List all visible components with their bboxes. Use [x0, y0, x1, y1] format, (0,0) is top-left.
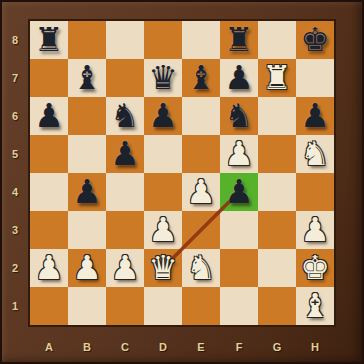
black-knight[interactable]: ♞	[224, 97, 254, 135]
white-pawn[interactable]: ♟	[72, 249, 102, 287]
square-a8[interactable]: ♜	[30, 21, 68, 59]
square-c2[interactable]: ♟	[106, 249, 144, 287]
square-a6[interactable]: ♟	[30, 97, 68, 135]
square-e3[interactable]	[182, 211, 220, 249]
black-pawn[interactable]: ♟	[72, 173, 102, 211]
black-pawn[interactable]: ♟	[34, 97, 64, 135]
square-d2[interactable]: ♛	[144, 249, 182, 287]
file-label-h: H	[296, 327, 334, 361]
file-label-a: A	[30, 327, 68, 361]
square-c6[interactable]: ♞	[106, 97, 144, 135]
square-e6[interactable]	[182, 97, 220, 135]
square-h2[interactable]: ♚	[296, 249, 334, 287]
square-e5[interactable]	[182, 135, 220, 173]
square-c1[interactable]	[106, 287, 144, 325]
square-g3[interactable]	[258, 211, 296, 249]
square-b1[interactable]	[68, 287, 106, 325]
square-c4[interactable]	[106, 173, 144, 211]
rank-label-8: 8	[0, 21, 30, 59]
white-pawn[interactable]: ♟	[186, 173, 216, 211]
square-d8[interactable]	[144, 21, 182, 59]
square-h8[interactable]: ♚	[296, 21, 334, 59]
white-king[interactable]: ♚	[300, 249, 330, 287]
square-e1[interactable]	[182, 287, 220, 325]
square-a5[interactable]	[30, 135, 68, 173]
square-g6[interactable]	[258, 97, 296, 135]
chess-board: ♜♜♚♝♛♝♟♜♟♞♟♞♟♟♟♞♟♟♟♟♟♟♟♟♛♞♚♝	[30, 21, 334, 325]
square-g4[interactable]	[258, 173, 296, 211]
file-label-f: F	[220, 327, 258, 361]
square-d6[interactable]: ♟	[144, 97, 182, 135]
square-f5[interactable]: ♟	[220, 135, 258, 173]
black-queen[interactable]: ♛	[148, 59, 178, 97]
square-b2[interactable]: ♟	[68, 249, 106, 287]
white-pawn[interactable]: ♟	[300, 211, 330, 249]
black-bishop[interactable]: ♝	[186, 59, 216, 97]
square-h5[interactable]: ♞	[296, 135, 334, 173]
square-d4[interactable]	[144, 173, 182, 211]
square-e2[interactable]: ♞	[182, 249, 220, 287]
square-a4[interactable]	[30, 173, 68, 211]
black-pawn[interactable]: ♟	[110, 135, 140, 173]
board-frame: 87654321 ABCDEFGH ♜♜♚♝♛♝♟♜♟♞♟♞♟♟♟♞♟♟♟♟♟♟…	[0, 0, 364, 364]
square-b4[interactable]: ♟	[68, 173, 106, 211]
square-f8[interactable]: ♜	[220, 21, 258, 59]
square-h3[interactable]: ♟	[296, 211, 334, 249]
white-pawn[interactable]: ♟	[110, 249, 140, 287]
square-e8[interactable]	[182, 21, 220, 59]
square-a7[interactable]	[30, 59, 68, 97]
file-labels: ABCDEFGH	[30, 327, 334, 361]
black-pawn[interactable]: ♟	[224, 59, 254, 97]
square-d1[interactable]	[144, 287, 182, 325]
square-f6[interactable]: ♞	[220, 97, 258, 135]
square-g5[interactable]	[258, 135, 296, 173]
white-bishop[interactable]: ♝	[300, 287, 330, 325]
square-a3[interactable]	[30, 211, 68, 249]
square-d7[interactable]: ♛	[144, 59, 182, 97]
square-f1[interactable]	[220, 287, 258, 325]
rank-label-2: 2	[0, 249, 30, 287]
square-f2[interactable]	[220, 249, 258, 287]
white-pawn[interactable]: ♟	[148, 211, 178, 249]
rank-label-6: 6	[0, 97, 30, 135]
black-king[interactable]: ♚	[300, 21, 330, 59]
square-g1[interactable]	[258, 287, 296, 325]
square-a1[interactable]	[30, 287, 68, 325]
square-f3[interactable]	[220, 211, 258, 249]
square-c7[interactable]	[106, 59, 144, 97]
white-knight[interactable]: ♞	[186, 249, 216, 287]
black-knight[interactable]: ♞	[110, 97, 140, 135]
square-g8[interactable]	[258, 21, 296, 59]
white-pawn[interactable]: ♟	[224, 135, 254, 173]
square-f7[interactable]: ♟	[220, 59, 258, 97]
square-c5[interactable]: ♟	[106, 135, 144, 173]
square-b6[interactable]	[68, 97, 106, 135]
white-queen[interactable]: ♛	[148, 249, 178, 287]
white-knight[interactable]: ♞	[300, 135, 330, 173]
square-b7[interactable]: ♝	[68, 59, 106, 97]
square-e7[interactable]: ♝	[182, 59, 220, 97]
black-rook[interactable]: ♜	[224, 21, 254, 59]
file-label-b: B	[68, 327, 106, 361]
square-g7[interactable]: ♜	[258, 59, 296, 97]
black-pawn[interactable]: ♟	[224, 173, 254, 211]
white-rook[interactable]: ♜	[262, 59, 292, 97]
file-label-g: G	[258, 327, 296, 361]
square-h6[interactable]: ♟	[296, 97, 334, 135]
black-pawn[interactable]: ♟	[148, 97, 178, 135]
rank-label-3: 3	[0, 211, 30, 249]
black-bishop[interactable]: ♝	[72, 59, 102, 97]
square-e4[interactable]: ♟	[182, 173, 220, 211]
rank-label-1: 1	[0, 287, 30, 325]
black-pawn[interactable]: ♟	[300, 97, 330, 135]
rank-label-7: 7	[0, 59, 30, 97]
square-h7[interactable]	[296, 59, 334, 97]
square-b8[interactable]	[68, 21, 106, 59]
square-b5[interactable]	[68, 135, 106, 173]
white-pawn[interactable]: ♟	[34, 249, 64, 287]
square-b3[interactable]	[68, 211, 106, 249]
square-c8[interactable]	[106, 21, 144, 59]
square-c3[interactable]	[106, 211, 144, 249]
square-g2[interactable]	[258, 249, 296, 287]
rank-labels: 87654321	[0, 21, 30, 325]
rank-label-5: 5	[0, 135, 30, 173]
file-label-e: E	[182, 327, 220, 361]
file-label-c: C	[106, 327, 144, 361]
square-h1[interactable]: ♝	[296, 287, 334, 325]
black-rook[interactable]: ♜	[34, 21, 64, 59]
square-f4[interactable]: ♟	[220, 173, 258, 211]
square-h4[interactable]	[296, 173, 334, 211]
square-a2[interactable]: ♟	[30, 249, 68, 287]
rank-label-4: 4	[0, 173, 30, 211]
square-d5[interactable]	[144, 135, 182, 173]
square-d3[interactable]: ♟	[144, 211, 182, 249]
file-label-d: D	[144, 327, 182, 361]
